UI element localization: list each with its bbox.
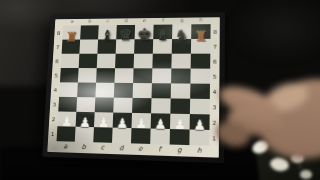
square-h3[interactable] [190, 99, 210, 115]
file-label: g [169, 146, 189, 157]
square-e3[interactable] [132, 98, 151, 113]
file-label: f [150, 145, 170, 156]
square-b6[interactable] [79, 54, 98, 68]
square-a7[interactable] [62, 40, 81, 54]
photo-scene: abcdefgh abcdefgh 87654321 87654321 ♜♝♛♚… [0, 0, 320, 180]
square-d7[interactable] [116, 39, 135, 53]
square-a5[interactable] [60, 68, 79, 83]
square-g5[interactable] [171, 68, 191, 83]
offboard-white-piece[interactable] [300, 170, 312, 179]
square-a8[interactable] [62, 25, 80, 39]
square-c5[interactable] [96, 68, 115, 83]
square-h4[interactable] [190, 84, 210, 99]
square-b2[interactable] [76, 112, 95, 127]
square-f6[interactable] [152, 54, 171, 69]
file-label: d [112, 144, 131, 155]
square-c1[interactable] [93, 127, 112, 143]
square-d5[interactable] [114, 68, 133, 83]
square-d8[interactable] [116, 25, 135, 39]
square-e4[interactable] [133, 83, 152, 98]
file-label: h [189, 146, 209, 157]
square-g2[interactable] [170, 114, 190, 130]
file-label: b [74, 143, 93, 154]
square-f7[interactable] [153, 39, 172, 54]
board-frame: abcdefgh abcdefgh 87654321 87654321 ♜♝♛♚… [42, 12, 225, 163]
square-e5[interactable] [133, 68, 152, 83]
square-b8[interactable] [80, 25, 99, 39]
square-g8[interactable] [172, 24, 191, 39]
square-b7[interactable] [79, 39, 98, 53]
square-g6[interactable] [171, 54, 191, 69]
file-label: c [93, 143, 112, 154]
board-squares [57, 24, 211, 146]
square-h2[interactable] [190, 114, 210, 130]
square-c8[interactable] [98, 25, 117, 39]
square-g1[interactable] [170, 129, 190, 145]
square-b5[interactable] [78, 68, 97, 83]
square-e7[interactable] [134, 39, 153, 54]
square-g3[interactable] [170, 98, 190, 114]
square-d1[interactable] [112, 128, 132, 144]
square-c6[interactable] [97, 54, 116, 69]
square-f3[interactable] [151, 98, 171, 113]
square-e1[interactable] [131, 128, 151, 144]
rank-label: 7 [210, 39, 219, 54]
square-c2[interactable] [94, 112, 113, 127]
file-label: a [56, 142, 75, 153]
file-label: e [131, 144, 151, 155]
square-e2[interactable] [131, 113, 151, 129]
square-a4[interactable] [59, 82, 78, 97]
square-h5[interactable] [190, 69, 210, 84]
square-d3[interactable] [113, 98, 132, 113]
square-d2[interactable] [113, 113, 132, 129]
square-d4[interactable] [114, 83, 133, 98]
square-h6[interactable] [191, 54, 211, 69]
square-h8[interactable] [191, 24, 210, 39]
square-e6[interactable] [134, 54, 153, 69]
square-h1[interactable] [189, 129, 209, 145]
square-g4[interactable] [171, 83, 191, 98]
square-f2[interactable] [151, 113, 171, 129]
hand [210, 70, 320, 165]
square-c4[interactable] [95, 83, 114, 98]
square-b4[interactable] [77, 83, 96, 98]
square-d6[interactable] [115, 54, 134, 69]
square-f8[interactable] [153, 25, 172, 40]
square-f1[interactable] [150, 129, 170, 145]
square-a2[interactable] [57, 111, 76, 126]
rank-label: 8 [210, 24, 219, 39]
square-g7[interactable] [172, 39, 191, 54]
square-a3[interactable] [58, 97, 77, 112]
square-a1[interactable] [57, 126, 76, 141]
square-b1[interactable] [75, 127, 94, 143]
square-a6[interactable] [61, 54, 80, 68]
square-c7[interactable] [97, 39, 116, 53]
square-h7[interactable] [191, 39, 211, 54]
chess-board: abcdefgh abcdefgh 87654321 87654321 ♜♝♛♚… [42, 12, 225, 163]
board-border: abcdefgh abcdefgh 87654321 87654321 ♜♝♛♚… [47, 17, 220, 157]
square-c3[interactable] [95, 97, 114, 112]
rank-label: 6 [210, 54, 219, 69]
square-e8[interactable] [135, 25, 154, 40]
square-f4[interactable] [151, 83, 171, 98]
square-f5[interactable] [152, 68, 171, 83]
square-b3[interactable] [76, 97, 95, 112]
